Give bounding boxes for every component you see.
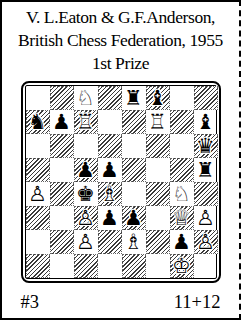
- white-bishop-piece: ♗: [98, 182, 122, 206]
- square-b5[interactable]: [50, 158, 74, 182]
- square-e6[interactable]: [122, 134, 146, 158]
- square-h4[interactable]: [194, 182, 218, 206]
- square-d2[interactable]: [98, 230, 122, 254]
- square-b2[interactable]: [50, 230, 74, 254]
- square-d5[interactable]: ♟: [98, 158, 122, 182]
- square-e7[interactable]: [122, 110, 146, 134]
- square-d1[interactable]: [98, 254, 122, 278]
- chess-board-inner-frame: ♘♜♝♞♟♖♖♝♛♟♟♜♙♚♗♘♙♟♟♕♙♙♗♟♙♔: [25, 85, 217, 279]
- square-f7[interactable]: ♖: [146, 110, 170, 134]
- black-pawn-piece: ♟: [98, 158, 122, 182]
- square-f6[interactable]: [146, 134, 170, 158]
- square-c5[interactable]: ♟: [74, 158, 98, 182]
- square-g5[interactable]: [170, 158, 194, 182]
- title-authors: V. L.Eaton & G.F.Anderson,: [2, 6, 239, 29]
- stipulation-label: #3: [21, 292, 40, 313]
- square-h7[interactable]: ♝: [194, 110, 218, 134]
- square-d6[interactable]: [98, 134, 122, 158]
- black-knight-piece: ♞: [26, 110, 50, 134]
- square-e2[interactable]: ♗: [122, 230, 146, 254]
- white-pawn-piece: ♙: [194, 206, 218, 230]
- black-pawn-piece: ♟: [170, 230, 194, 254]
- square-a1[interactable]: [26, 254, 50, 278]
- square-e4[interactable]: [122, 182, 146, 206]
- square-d4[interactable]: ♗: [98, 182, 122, 206]
- square-c7[interactable]: ♖: [74, 110, 98, 134]
- square-g6[interactable]: [170, 134, 194, 158]
- square-h5[interactable]: ♜: [194, 158, 218, 182]
- chess-board: ♘♜♝♞♟♖♖♝♛♟♟♜♙♚♗♘♙♟♟♕♙♙♗♟♙♔: [26, 86, 218, 278]
- square-c6[interactable]: [74, 134, 98, 158]
- white-queen-piece: ♕: [170, 206, 194, 230]
- square-b7[interactable]: ♟: [50, 110, 74, 134]
- black-pawn-piece: ♟: [74, 158, 98, 182]
- chess-problem-card: V. L.Eaton & G.F.Anderson, British Chess…: [0, 0, 241, 320]
- square-b6[interactable]: [50, 134, 74, 158]
- black-queen-piece: ♛: [194, 134, 218, 158]
- square-h1[interactable]: [194, 254, 218, 278]
- square-f2[interactable]: [146, 230, 170, 254]
- white-bishop-piece: ♗: [122, 230, 146, 254]
- title-award: 1st Prize: [2, 52, 239, 75]
- white-pawn-piece: ♙: [74, 206, 98, 230]
- square-g4[interactable]: ♘: [170, 182, 194, 206]
- black-bishop-piece: ♝: [146, 86, 170, 110]
- square-b1[interactable]: [50, 254, 74, 278]
- square-g8[interactable]: [170, 86, 194, 110]
- square-f4[interactable]: [146, 182, 170, 206]
- square-d7[interactable]: [98, 110, 122, 134]
- square-c4[interactable]: ♚: [74, 182, 98, 206]
- square-g1[interactable]: ♔: [170, 254, 194, 278]
- square-b4[interactable]: [50, 182, 74, 206]
- square-c3[interactable]: ♙: [74, 206, 98, 230]
- square-a7[interactable]: ♞: [26, 110, 50, 134]
- square-c1[interactable]: [74, 254, 98, 278]
- square-d3[interactable]: ♟: [98, 206, 122, 230]
- black-pawn-piece: ♟: [98, 206, 122, 230]
- square-a5[interactable]: [26, 158, 50, 182]
- square-a8[interactable]: [26, 86, 50, 110]
- chess-board-frame: ♘♜♝♞♟♖♖♝♛♟♟♜♙♚♗♘♙♟♟♕♙♙♗♟♙♔: [21, 81, 221, 283]
- square-b8[interactable]: [50, 86, 74, 110]
- square-e1[interactable]: [122, 254, 146, 278]
- problem-title: V. L.Eaton & G.F.Anderson, British Chess…: [2, 6, 239, 75]
- black-king-piece: ♚: [74, 182, 98, 206]
- white-knight-piece: ♘: [74, 86, 98, 110]
- square-e8[interactable]: ♜: [122, 86, 146, 110]
- white-pawn-piece: ♙: [74, 230, 98, 254]
- square-e3[interactable]: ♟: [122, 206, 146, 230]
- square-h2[interactable]: ♙: [194, 230, 218, 254]
- square-h3[interactable]: ♙: [194, 206, 218, 230]
- black-rook-piece: ♜: [194, 158, 218, 182]
- square-f1[interactable]: [146, 254, 170, 278]
- square-a2[interactable]: [26, 230, 50, 254]
- white-rook-piece: ♖: [146, 110, 170, 134]
- square-d8[interactable]: [98, 86, 122, 110]
- square-a4[interactable]: ♙: [26, 182, 50, 206]
- square-a6[interactable]: [26, 134, 50, 158]
- black-bishop-piece: ♝: [194, 110, 218, 134]
- caption-row: #3 11+12: [21, 292, 221, 313]
- white-pawn-piece: ♙: [194, 230, 218, 254]
- square-f5[interactable]: [146, 158, 170, 182]
- square-f8[interactable]: ♝: [146, 86, 170, 110]
- square-e5[interactable]: [122, 158, 146, 182]
- square-h6[interactable]: ♛: [194, 134, 218, 158]
- white-rook-piece: ♖: [74, 110, 98, 134]
- square-h8[interactable]: [194, 86, 218, 110]
- white-king-piece: ♔: [170, 254, 194, 278]
- black-rook-piece: ♜: [122, 86, 146, 110]
- material-count-label: 11+12: [174, 292, 221, 313]
- black-pawn-piece: ♟: [122, 206, 146, 230]
- square-c8[interactable]: ♘: [74, 86, 98, 110]
- title-source: British Chess Federation, 1955: [2, 29, 239, 52]
- square-f3[interactable]: [146, 206, 170, 230]
- square-g7[interactable]: [170, 110, 194, 134]
- square-g3[interactable]: ♕: [170, 206, 194, 230]
- square-b3[interactable]: [50, 206, 74, 230]
- square-g2[interactable]: ♟: [170, 230, 194, 254]
- white-knight-piece: ♘: [170, 182, 194, 206]
- white-pawn-piece: ♙: [26, 182, 50, 206]
- black-pawn-piece: ♟: [50, 110, 74, 134]
- square-c2[interactable]: ♙: [74, 230, 98, 254]
- square-a3[interactable]: [26, 206, 50, 230]
